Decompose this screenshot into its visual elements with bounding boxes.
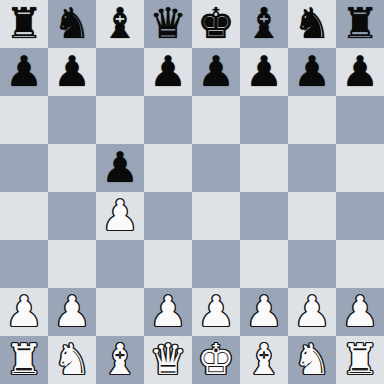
square-g1[interactable]: ♞	[288, 336, 336, 384]
square-b8[interactable]: ♞	[48, 0, 96, 48]
piece-black-pawn[interactable]: ♟	[149, 48, 187, 96]
square-c8[interactable]: ♝	[96, 0, 144, 48]
square-a1[interactable]: ♜	[0, 336, 48, 384]
square-b4[interactable]	[48, 192, 96, 240]
square-f1[interactable]: ♝	[240, 336, 288, 384]
square-b7[interactable]: ♟	[48, 48, 96, 96]
piece-black-pawn[interactable]: ♟	[341, 48, 379, 96]
piece-white-king[interactable]: ♚	[197, 336, 235, 384]
square-f4[interactable]	[240, 192, 288, 240]
square-f8[interactable]: ♝	[240, 0, 288, 48]
piece-black-queen[interactable]: ♛	[149, 0, 187, 48]
square-b2[interactable]: ♟	[48, 288, 96, 336]
square-e7[interactable]: ♟	[192, 48, 240, 96]
piece-black-bishop[interactable]: ♝	[101, 0, 139, 48]
square-a5[interactable]	[0, 144, 48, 192]
piece-black-knight[interactable]: ♞	[293, 0, 331, 48]
square-e4[interactable]	[192, 192, 240, 240]
piece-black-rook[interactable]: ♜	[341, 0, 379, 48]
piece-white-knight[interactable]: ♞	[293, 336, 331, 384]
square-c5[interactable]: ♟	[96, 144, 144, 192]
piece-white-pawn[interactable]: ♟	[245, 288, 283, 336]
piece-black-pawn[interactable]: ♟	[53, 48, 91, 96]
square-c1[interactable]: ♝	[96, 336, 144, 384]
piece-black-bishop[interactable]: ♝	[245, 0, 283, 48]
piece-white-bishop[interactable]: ♝	[245, 336, 283, 384]
square-g7[interactable]: ♟	[288, 48, 336, 96]
chess-board: ♜♞♝♛♚♝♞♜♟♟♟♟♟♟♟♟♟♟♟♟♟♟♟♟♜♞♝♛♚♝♞♜	[0, 0, 384, 384]
square-e1[interactable]: ♚	[192, 336, 240, 384]
square-e3[interactable]	[192, 240, 240, 288]
piece-white-rook[interactable]: ♜	[5, 336, 43, 384]
square-h5[interactable]	[336, 144, 384, 192]
square-e6[interactable]	[192, 96, 240, 144]
piece-black-pawn[interactable]: ♟	[293, 48, 331, 96]
square-d1[interactable]: ♛	[144, 336, 192, 384]
square-g3[interactable]	[288, 240, 336, 288]
square-a6[interactable]	[0, 96, 48, 144]
piece-white-pawn[interactable]: ♟	[5, 288, 43, 336]
square-e5[interactable]	[192, 144, 240, 192]
square-h3[interactable]	[336, 240, 384, 288]
square-d8[interactable]: ♛	[144, 0, 192, 48]
piece-black-pawn[interactable]: ♟	[5, 48, 43, 96]
square-d2[interactable]: ♟	[144, 288, 192, 336]
square-f3[interactable]	[240, 240, 288, 288]
piece-black-pawn[interactable]: ♟	[101, 144, 139, 192]
piece-white-queen[interactable]: ♛	[149, 336, 187, 384]
square-f5[interactable]	[240, 144, 288, 192]
piece-white-pawn[interactable]: ♟	[149, 288, 187, 336]
square-g5[interactable]	[288, 144, 336, 192]
square-b6[interactable]	[48, 96, 96, 144]
square-a7[interactable]: ♟	[0, 48, 48, 96]
square-c6[interactable]	[96, 96, 144, 144]
square-g6[interactable]	[288, 96, 336, 144]
piece-white-rook[interactable]: ♜	[341, 336, 379, 384]
piece-white-pawn[interactable]: ♟	[341, 288, 379, 336]
piece-white-knight[interactable]: ♞	[53, 336, 91, 384]
square-f2[interactable]: ♟	[240, 288, 288, 336]
square-h7[interactable]: ♟	[336, 48, 384, 96]
square-a2[interactable]: ♟	[0, 288, 48, 336]
square-a4[interactable]	[0, 192, 48, 240]
piece-black-knight[interactable]: ♞	[53, 0, 91, 48]
square-g2[interactable]: ♟	[288, 288, 336, 336]
piece-white-pawn[interactable]: ♟	[293, 288, 331, 336]
square-g4[interactable]	[288, 192, 336, 240]
square-f7[interactable]: ♟	[240, 48, 288, 96]
square-d3[interactable]	[144, 240, 192, 288]
piece-white-pawn[interactable]: ♟	[197, 288, 235, 336]
square-h2[interactable]: ♟	[336, 288, 384, 336]
piece-white-pawn[interactable]: ♟	[53, 288, 91, 336]
piece-white-bishop[interactable]: ♝	[101, 336, 139, 384]
square-f6[interactable]	[240, 96, 288, 144]
square-c2[interactable]	[96, 288, 144, 336]
square-b3[interactable]	[48, 240, 96, 288]
square-d6[interactable]	[144, 96, 192, 144]
square-h1[interactable]: ♜	[336, 336, 384, 384]
square-h4[interactable]	[336, 192, 384, 240]
square-c7[interactable]	[96, 48, 144, 96]
square-c4[interactable]: ♟	[96, 192, 144, 240]
square-h6[interactable]	[336, 96, 384, 144]
piece-black-king[interactable]: ♚	[197, 0, 235, 48]
square-g8[interactable]: ♞	[288, 0, 336, 48]
square-d4[interactable]	[144, 192, 192, 240]
square-d7[interactable]: ♟	[144, 48, 192, 96]
square-a8[interactable]: ♜	[0, 0, 48, 48]
square-e8[interactable]: ♚	[192, 0, 240, 48]
square-d5[interactable]	[144, 144, 192, 192]
square-h8[interactable]: ♜	[336, 0, 384, 48]
piece-black-pawn[interactable]: ♟	[245, 48, 283, 96]
piece-black-pawn[interactable]: ♟	[197, 48, 235, 96]
square-a3[interactable]	[0, 240, 48, 288]
piece-black-rook[interactable]: ♜	[5, 0, 43, 48]
piece-white-pawn[interactable]: ♟	[101, 192, 139, 240]
square-b5[interactable]	[48, 144, 96, 192]
square-b1[interactable]: ♞	[48, 336, 96, 384]
square-c3[interactable]	[96, 240, 144, 288]
square-e2[interactable]: ♟	[192, 288, 240, 336]
